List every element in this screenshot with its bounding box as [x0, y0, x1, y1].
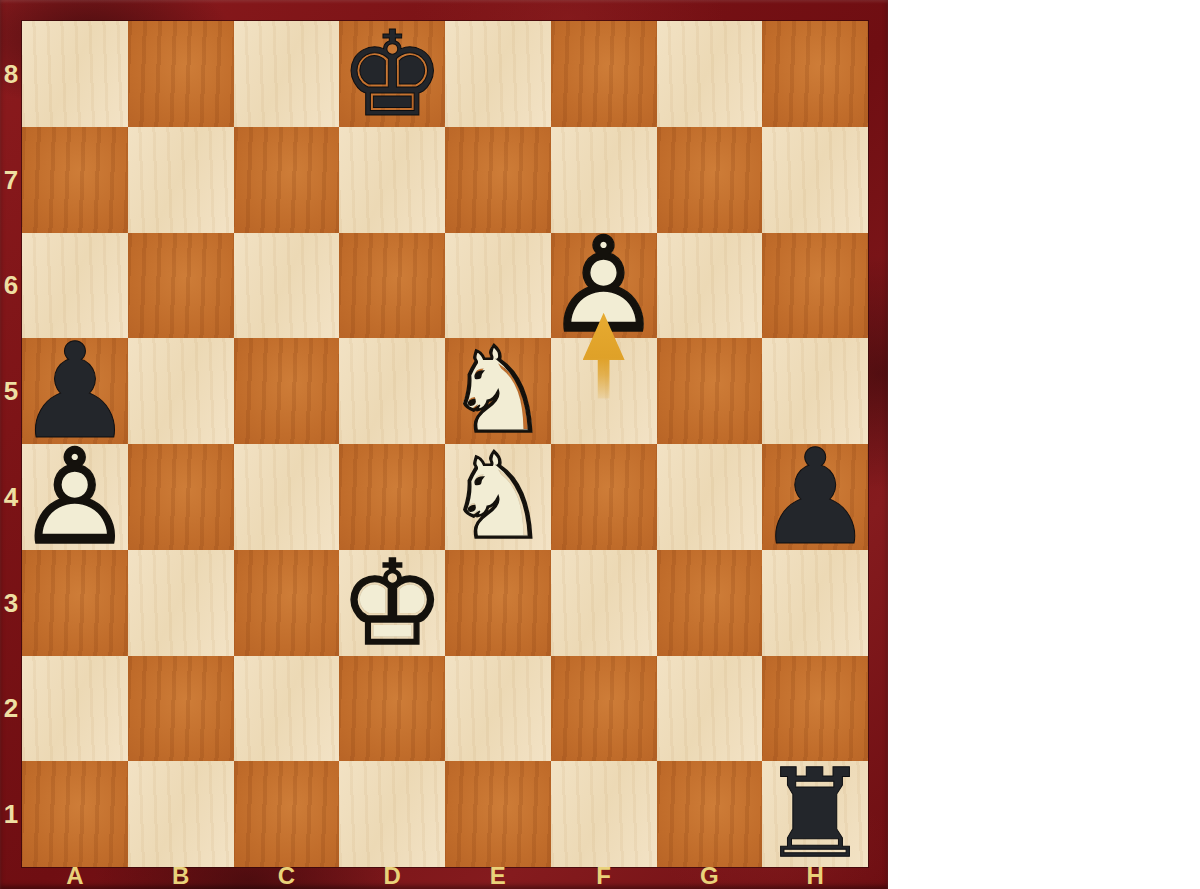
square-e8[interactable] [445, 21, 551, 127]
square-h4[interactable]: ♟ [762, 444, 868, 550]
square-h3[interactable] [762, 550, 868, 656]
chess-board-frame: ♚♟♙♟♞♘♟♙♞♘♟♚♔♜ 87654321 ABCDEFGH [0, 0, 888, 889]
square-g7[interactable] [657, 127, 763, 233]
piece-white-king-d3[interactable]: ♚♔ [339, 550, 445, 656]
square-a1[interactable] [22, 761, 128, 867]
square-d1[interactable] [339, 761, 445, 867]
square-a8[interactable] [22, 21, 128, 127]
rank-label-3: 3 [0, 590, 22, 616]
file-label-g: G [657, 863, 763, 889]
square-f8[interactable] [551, 21, 657, 127]
square-g5[interactable] [657, 338, 763, 444]
piece-glyph-outline: ♔ [339, 550, 445, 656]
square-g3[interactable] [657, 550, 763, 656]
square-d5[interactable] [339, 338, 445, 444]
file-label-c: C [234, 863, 340, 889]
file-label-h: H [762, 863, 868, 889]
square-h7[interactable] [762, 127, 868, 233]
rank-label-6: 6 [0, 272, 22, 298]
square-a7[interactable] [22, 127, 128, 233]
square-b3[interactable] [128, 550, 234, 656]
piece-black-king-d8[interactable]: ♚ [339, 21, 445, 127]
square-g1[interactable] [657, 761, 763, 867]
file-label-d: D [339, 863, 445, 889]
file-labels: ABCDEFGH [22, 863, 868, 889]
square-b8[interactable] [128, 21, 234, 127]
file-label-b: B [128, 863, 234, 889]
piece-black-pawn-h4[interactable]: ♟ [762, 444, 868, 550]
square-g4[interactable] [657, 444, 763, 550]
square-c2[interactable] [234, 656, 340, 762]
square-f3[interactable] [551, 550, 657, 656]
square-b7[interactable] [128, 127, 234, 233]
rank-label-5: 5 [0, 378, 22, 404]
square-d7[interactable] [339, 127, 445, 233]
square-d8[interactable]: ♚ [339, 21, 445, 127]
square-f1[interactable] [551, 761, 657, 867]
piece-glyph-outline: ♙ [22, 444, 128, 550]
square-h1[interactable]: ♜ [762, 761, 868, 867]
square-e3[interactable] [445, 550, 551, 656]
square-b1[interactable] [128, 761, 234, 867]
square-c4[interactable] [234, 444, 340, 550]
square-c7[interactable] [234, 127, 340, 233]
piece-white-knight-e4[interactable]: ♞♘ [445, 444, 551, 550]
square-b4[interactable] [128, 444, 234, 550]
rank-label-2: 2 [0, 695, 22, 721]
square-d6[interactable] [339, 233, 445, 339]
square-b2[interactable] [128, 656, 234, 762]
square-a2[interactable] [22, 656, 128, 762]
file-label-e: E [445, 863, 551, 889]
rank-labels: 87654321 [0, 21, 22, 867]
square-d3[interactable]: ♚♔ [339, 550, 445, 656]
rank-label-4: 4 [0, 484, 22, 510]
square-e1[interactable] [445, 761, 551, 867]
square-a4[interactable]: ♟♙ [22, 444, 128, 550]
piece-glyph-fill: ♜ [762, 761, 868, 867]
square-h8[interactable] [762, 21, 868, 127]
square-b6[interactable] [128, 233, 234, 339]
square-c3[interactable] [234, 550, 340, 656]
piece-glyph-fill: ♟ [762, 444, 868, 550]
square-a3[interactable] [22, 550, 128, 656]
file-label-a: A [22, 863, 128, 889]
piece-glyph-outline: ♘ [445, 444, 551, 550]
square-c1[interactable] [234, 761, 340, 867]
square-e7[interactable] [445, 127, 551, 233]
square-f4[interactable] [551, 444, 657, 550]
rank-label-7: 7 [0, 167, 22, 193]
piece-white-pawn-a4[interactable]: ♟♙ [22, 444, 128, 550]
square-c8[interactable] [234, 21, 340, 127]
square-c6[interactable] [234, 233, 340, 339]
rank-label-8: 8 [0, 61, 22, 87]
square-e4[interactable]: ♞♘ [445, 444, 551, 550]
square-c5[interactable] [234, 338, 340, 444]
piece-glyph-fill: ♚ [339, 21, 445, 127]
square-e2[interactable] [445, 656, 551, 762]
square-d2[interactable] [339, 656, 445, 762]
page-canvas: ♚♟♙♟♞♘♟♙♞♘♟♚♔♜ 87654321 ABCDEFGH [0, 0, 1200, 889]
square-h6[interactable] [762, 233, 868, 339]
chess-board: ♚♟♙♟♞♘♟♙♞♘♟♚♔♜ [22, 21, 868, 867]
square-f2[interactable] [551, 656, 657, 762]
rank-label-1: 1 [0, 801, 22, 827]
square-b5[interactable] [128, 338, 234, 444]
square-g2[interactable] [657, 656, 763, 762]
square-g8[interactable] [657, 21, 763, 127]
piece-black-rook-h1[interactable]: ♜ [762, 761, 868, 867]
file-label-f: F [551, 863, 657, 889]
square-g6[interactable] [657, 233, 763, 339]
